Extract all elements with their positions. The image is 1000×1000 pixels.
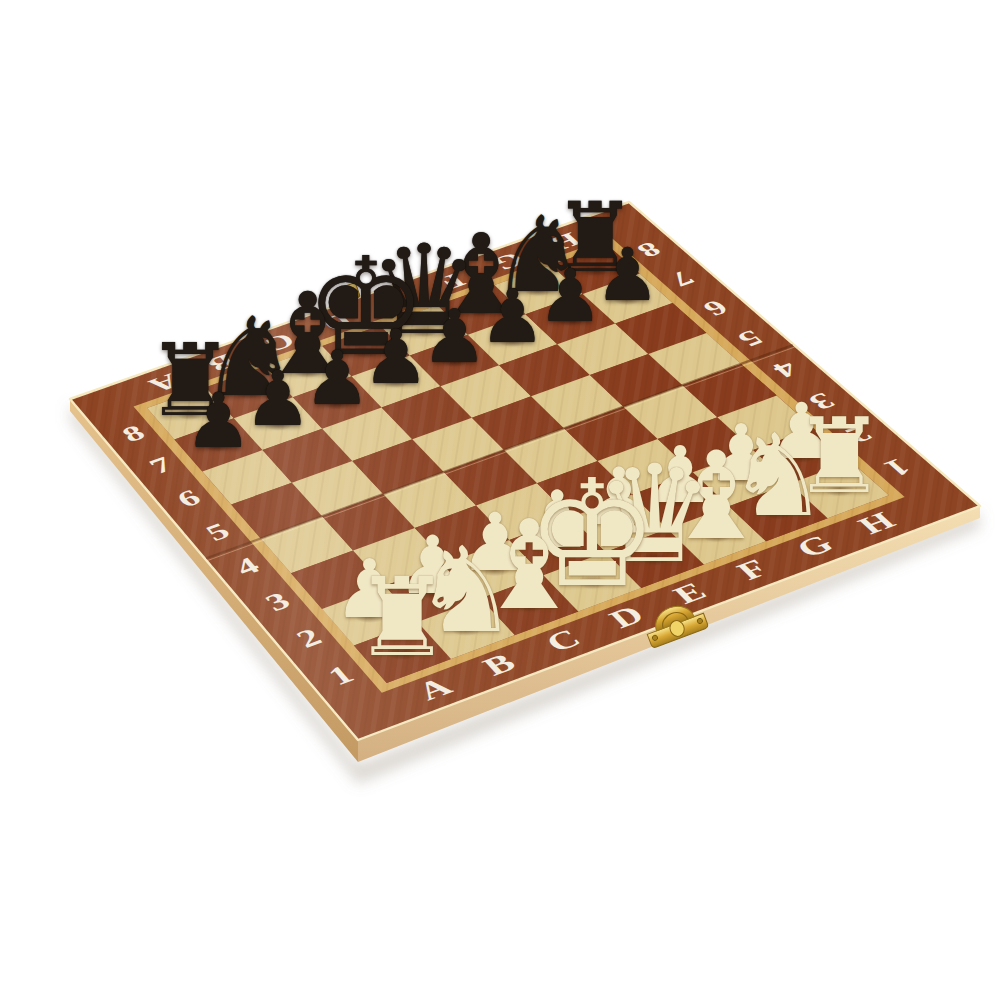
file-label-bottom-f: F <box>730 554 775 584</box>
chessboard-photo: 88AA77BB66CC55DD44EE33FF22GG11HH <box>0 0 1000 1000</box>
file-label-top-a: A <box>143 370 185 398</box>
photo-stage: 88AA77BB66CC55DD44EE33FF22GG11HH ♜♞♝♚♛♝♞… <box>0 0 1000 1000</box>
file-label-bottom-b: B <box>476 648 522 681</box>
file-label-top-f: F <box>433 269 471 294</box>
file-label-top-e: E <box>375 289 415 315</box>
glare-sheen <box>70 202 980 740</box>
file-label-top-b: B <box>202 350 242 377</box>
